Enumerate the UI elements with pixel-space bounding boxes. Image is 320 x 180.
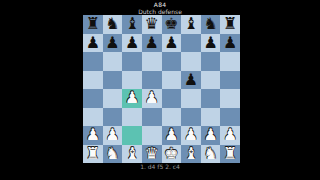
piece-white-pawn: ♟ — [164, 127, 178, 143]
square-b8[interactable]: ♞ — [103, 15, 123, 34]
square-d7[interactable]: ♟ — [142, 34, 162, 53]
square-b6[interactable] — [103, 52, 123, 71]
square-f4[interactable] — [181, 89, 201, 108]
piece-white-pawn: ♟ — [203, 127, 217, 143]
square-e4[interactable] — [162, 89, 182, 108]
piece-black-knight: ♞ — [203, 16, 217, 32]
piece-black-rook: ♜ — [86, 16, 100, 32]
square-d4[interactable]: ♟ — [142, 89, 162, 108]
piece-white-pawn: ♟ — [86, 127, 100, 143]
piece-black-rook: ♜ — [223, 16, 237, 32]
piece-white-knight: ♞ — [105, 145, 119, 161]
square-h2[interactable]: ♟ — [220, 126, 240, 145]
square-e7[interactable]: ♟ — [162, 34, 182, 53]
piece-black-pawn: ♟ — [203, 34, 217, 50]
square-b1[interactable]: ♞ — [103, 145, 123, 164]
square-a3[interactable] — [83, 108, 103, 127]
square-g6[interactable] — [201, 52, 221, 71]
square-h5[interactable] — [220, 71, 240, 90]
square-g4[interactable] — [201, 89, 221, 108]
square-d6[interactable] — [142, 52, 162, 71]
square-e2[interactable]: ♟ — [162, 126, 182, 145]
square-h1[interactable]: ♜ — [220, 145, 240, 164]
square-g5[interactable] — [201, 71, 221, 90]
piece-white-bishop: ♝ — [125, 145, 139, 161]
piece-white-pawn: ♟ — [145, 90, 159, 106]
piece-white-pawn: ♟ — [105, 127, 119, 143]
move-list: 1. d4 f5 2. c4 — [0, 163, 320, 170]
square-f3[interactable] — [181, 108, 201, 127]
square-e6[interactable] — [162, 52, 182, 71]
square-a1[interactable]: ♜ — [83, 145, 103, 164]
square-b7[interactable]: ♟ — [103, 34, 123, 53]
square-f5[interactable]: ♟ — [181, 71, 201, 90]
square-f1[interactable]: ♝ — [181, 145, 201, 164]
square-a6[interactable] — [83, 52, 103, 71]
square-a2[interactable]: ♟ — [83, 126, 103, 145]
square-h6[interactable] — [220, 52, 240, 71]
piece-black-pawn: ♟ — [86, 34, 100, 50]
square-d3[interactable] — [142, 108, 162, 127]
piece-black-pawn: ♟ — [184, 71, 198, 87]
piece-black-pawn: ♟ — [105, 34, 119, 50]
square-e8[interactable]: ♚ — [162, 15, 182, 34]
piece-white-king: ♚ — [164, 145, 178, 161]
square-a7[interactable]: ♟ — [83, 34, 103, 53]
square-d1[interactable]: ♛ — [142, 145, 162, 164]
piece-black-bishop: ♝ — [184, 16, 198, 32]
square-b5[interactable] — [103, 71, 123, 90]
piece-white-pawn: ♟ — [223, 127, 237, 143]
square-c1[interactable]: ♝ — [122, 145, 142, 164]
square-a4[interactable] — [83, 89, 103, 108]
square-h3[interactable] — [220, 108, 240, 127]
square-b3[interactable] — [103, 108, 123, 127]
piece-black-knight: ♞ — [105, 16, 119, 32]
square-f8[interactable]: ♝ — [181, 15, 201, 34]
square-d8[interactable]: ♛ — [142, 15, 162, 34]
square-c4[interactable]: ♟ — [122, 89, 142, 108]
square-a5[interactable] — [83, 71, 103, 90]
opening-name: Dutch defense — [0, 8, 320, 15]
square-c6[interactable] — [122, 52, 142, 71]
piece-white-rook: ♜ — [86, 145, 100, 161]
square-d5[interactable] — [142, 71, 162, 90]
piece-black-pawn: ♟ — [145, 34, 159, 50]
piece-black-pawn: ♟ — [125, 34, 139, 50]
square-h8[interactable]: ♜ — [220, 15, 240, 34]
square-f2[interactable]: ♟ — [181, 126, 201, 145]
square-c3[interactable] — [122, 108, 142, 127]
chess-board[interactable]: ♜♞♝♛♚♝♞♜♟♟♟♟♟♟♟♟♟♟♟♟♟♟♟♟♜♞♝♛♚♝♞♜ — [83, 15, 240, 163]
square-g8[interactable]: ♞ — [201, 15, 221, 34]
piece-black-queen: ♛ — [145, 16, 159, 32]
piece-black-pawn: ♟ — [164, 34, 178, 50]
piece-white-bishop: ♝ — [184, 145, 198, 161]
square-b2[interactable]: ♟ — [103, 126, 123, 145]
header: A84 Dutch defense — [0, 1, 320, 15]
square-b4[interactable] — [103, 89, 123, 108]
piece-white-knight: ♞ — [203, 145, 217, 161]
square-e5[interactable] — [162, 71, 182, 90]
square-g7[interactable]: ♟ — [201, 34, 221, 53]
piece-black-pawn: ♟ — [223, 34, 237, 50]
square-f7[interactable] — [181, 34, 201, 53]
square-c2[interactable] — [122, 126, 142, 145]
piece-white-queen: ♛ — [145, 145, 159, 161]
square-e3[interactable] — [162, 108, 182, 127]
square-g1[interactable]: ♞ — [201, 145, 221, 164]
piece-black-bishop: ♝ — [125, 16, 139, 32]
square-c7[interactable]: ♟ — [122, 34, 142, 53]
square-h4[interactable] — [220, 89, 240, 108]
square-c8[interactable]: ♝ — [122, 15, 142, 34]
square-c5[interactable] — [122, 71, 142, 90]
square-g2[interactable]: ♟ — [201, 126, 221, 145]
piece-white-rook: ♜ — [223, 145, 237, 161]
square-d2[interactable] — [142, 126, 162, 145]
square-e1[interactable]: ♚ — [162, 145, 182, 164]
piece-white-pawn: ♟ — [125, 90, 139, 106]
piece-white-pawn: ♟ — [184, 127, 198, 143]
piece-black-king: ♚ — [164, 16, 178, 32]
square-g3[interactable] — [201, 108, 221, 127]
eco-code: A84 — [0, 1, 320, 8]
square-a8[interactable]: ♜ — [83, 15, 103, 34]
square-f6[interactable] — [181, 52, 201, 71]
square-h7[interactable]: ♟ — [220, 34, 240, 53]
